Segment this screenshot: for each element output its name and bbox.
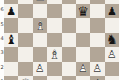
square-h4[interactable]: ♞ (105, 33, 119, 47)
bishop-icon: ♗ (33, 18, 47, 32)
square-f2[interactable]: ♟♙ (76, 62, 90, 76)
square-h1[interactable] (105, 76, 119, 80)
pawn-icon: ♟ (4, 4, 18, 18)
square-f4[interactable] (76, 33, 90, 47)
pawn-icon: ♙ (90, 62, 104, 76)
square-a1[interactable] (4, 76, 18, 80)
square-b4[interactable] (18, 33, 32, 47)
rank-label-2: 2 (0, 60, 4, 74)
bishop-icon: ♗ (47, 47, 61, 61)
square-e2[interactable] (62, 62, 76, 76)
white-queen-b1[interactable]: ♛♕ (18, 76, 32, 80)
square-f6[interactable]: ♛ (76, 4, 90, 18)
square-b6[interactable] (18, 4, 32, 18)
black-pawn-h6[interactable]: ♟ (105, 4, 119, 18)
square-b5[interactable] (18, 18, 32, 32)
square-c4[interactable] (33, 33, 47, 47)
square-d4[interactable] (47, 33, 61, 47)
queen-icon: ♕ (18, 76, 32, 80)
white-bishop-d3[interactable]: ♝♗ (47, 47, 61, 61)
rank-label-1: 1 (0, 74, 4, 80)
square-a5[interactable] (4, 18, 18, 32)
rank-label-4: 4 (0, 31, 4, 45)
chessboard: ♜♖♟♟♟♛♟♝♗♝♞♝♗♟♙♟♙♟♙♟♙♛♕♚♔ (4, 0, 119, 80)
white-pawn-g2[interactable]: ♟♙ (90, 62, 104, 76)
square-c6[interactable] (33, 4, 47, 18)
white-pawn-c2[interactable]: ♟♙ (33, 62, 47, 76)
black-bishop-a4[interactable]: ♝ (4, 33, 18, 47)
square-h3[interactable]: ♟♙ (105, 47, 119, 61)
square-e1[interactable] (62, 76, 76, 80)
square-f3[interactable] (76, 47, 90, 61)
queen-icon: ♛ (76, 4, 90, 18)
square-e3[interactable] (62, 47, 76, 61)
square-h5[interactable] (105, 18, 119, 32)
square-h2[interactable] (105, 62, 119, 76)
square-c1[interactable] (33, 76, 47, 80)
pawn-icon: ♟ (105, 4, 119, 18)
square-b2[interactable] (18, 62, 32, 76)
knight-icon: ♞ (105, 33, 119, 47)
square-d5[interactable] (47, 18, 61, 32)
square-e4[interactable] (62, 33, 76, 47)
square-f1[interactable] (76, 76, 90, 80)
pawn-icon: ♙ (105, 47, 119, 61)
king-icon: ♔ (90, 76, 104, 80)
square-b1[interactable]: ♛♕ (18, 76, 32, 80)
white-pawn-h3[interactable]: ♟♙ (105, 47, 119, 61)
square-c2[interactable]: ♟♙ (33, 62, 47, 76)
square-a2[interactable] (4, 62, 18, 76)
rank-label-3: 3 (0, 45, 4, 59)
square-d1[interactable] (47, 76, 61, 80)
square-e5[interactable] (62, 18, 76, 32)
square-c5[interactable]: ♝♗ (33, 18, 47, 32)
square-a4[interactable]: ♝ (4, 33, 18, 47)
black-pawn-a6[interactable]: ♟ (4, 4, 18, 18)
square-d6[interactable] (47, 4, 61, 18)
square-g1[interactable]: ♚♔ (90, 76, 104, 80)
square-a3[interactable] (4, 47, 18, 61)
pawn-icon: ♙ (76, 62, 90, 76)
square-e6[interactable] (62, 4, 76, 18)
square-d2[interactable] (47, 62, 61, 76)
white-king-g1[interactable]: ♚♔ (90, 76, 104, 80)
square-g6[interactable] (90, 4, 104, 18)
square-g3[interactable] (90, 47, 104, 61)
chess-diagram: ♜♖♟♟♟♛♟♝♗♝♞♝♗♟♙♟♙♟♙♟♙♛♕♚♔ 87654321 (0, 0, 120, 80)
rank-label-5: 5 (0, 16, 4, 30)
black-knight-h4[interactable]: ♞ (105, 33, 119, 47)
square-g2[interactable]: ♟♙ (90, 62, 104, 76)
white-pawn-f2[interactable]: ♟♙ (76, 62, 90, 76)
rank-label-6: 6 (0, 2, 4, 16)
square-f5[interactable] (76, 18, 90, 32)
square-h6[interactable]: ♟ (105, 4, 119, 18)
square-d3[interactable]: ♝♗ (47, 47, 61, 61)
bishop-icon: ♝ (4, 33, 18, 47)
white-bishop-c5[interactable]: ♝♗ (33, 18, 47, 32)
square-a6[interactable]: ♟ (4, 4, 18, 18)
pawn-icon: ♙ (33, 62, 47, 76)
square-c3[interactable] (33, 47, 47, 61)
square-b3[interactable] (18, 47, 32, 61)
square-g5[interactable] (90, 18, 104, 32)
square-g4[interactable] (90, 33, 104, 47)
black-queen-f6[interactable]: ♛ (76, 4, 90, 18)
